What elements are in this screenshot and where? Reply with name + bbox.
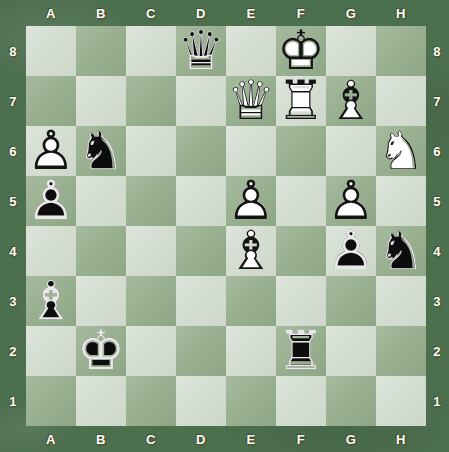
black-knight-outline: ♘ [76, 126, 126, 176]
piece-white-pawn[interactable]: ♟♙ [26, 126, 76, 176]
white-pawn-outline: ♙ [226, 176, 276, 226]
square-f8[interactable]: ♚♔ [276, 26, 326, 76]
rank-label-left-1: 1 [9, 394, 17, 409]
square-h8[interactable] [376, 26, 426, 76]
square-f5[interactable] [276, 176, 326, 226]
white-pawn-outline: ♙ [326, 176, 376, 226]
file-label-bottom-f: F [297, 432, 305, 447]
file-label-top-c: C [146, 6, 156, 21]
piece-black-pawn[interactable]: ♟♙ [326, 226, 376, 276]
square-d6[interactable] [176, 126, 226, 176]
white-king-outline: ♔ [276, 26, 326, 76]
rank-label-right-5: 5 [433, 194, 441, 209]
white-knight-glyph: ♞ [376, 126, 426, 176]
rank-label-left-8: 8 [9, 44, 17, 59]
square-d4[interactable] [176, 226, 226, 276]
black-pawn-outline: ♙ [26, 176, 76, 226]
file-label-bottom-b: B [96, 432, 106, 447]
square-b6[interactable]: ♞♘ [76, 126, 126, 176]
square-e4[interactable]: ♝♗ [226, 226, 276, 276]
rank-label-right-2: 2 [433, 344, 441, 359]
square-g3[interactable] [326, 276, 376, 326]
black-bishop-outline: ♗ [26, 276, 76, 326]
piece-black-bishop[interactable]: ♝♗ [26, 276, 76, 326]
white-queen-glyph: ♛ [226, 76, 276, 126]
black-queen-outline: ♕ [176, 26, 226, 76]
black-pawn-glyph: ♟ [326, 226, 376, 276]
rank-label-left-6: 6 [9, 144, 17, 159]
white-rook-outline: ♖ [276, 76, 326, 126]
square-h7[interactable] [376, 76, 426, 126]
white-bishop-glyph: ♝ [326, 76, 376, 126]
piece-white-bishop[interactable]: ♝♗ [326, 76, 376, 126]
white-rook-glyph: ♜ [276, 76, 326, 126]
file-label-top-d: D [196, 6, 206, 21]
piece-white-king[interactable]: ♚♔ [276, 26, 326, 76]
square-h6[interactable]: ♞♘ [376, 126, 426, 176]
square-g8[interactable] [326, 26, 376, 76]
square-c5[interactable] [126, 176, 176, 226]
square-d1[interactable] [176, 376, 226, 426]
piece-white-queen[interactable]: ♛♕ [226, 76, 276, 126]
file-label-bottom-e: E [246, 432, 255, 447]
rank-label-left-4: 4 [9, 244, 17, 259]
piece-black-rook[interactable]: ♜♖ [276, 326, 326, 376]
square-h4[interactable]: ♞♘ [376, 226, 426, 276]
black-rook-glyph: ♜ [276, 326, 326, 376]
piece-black-knight[interactable]: ♞♘ [76, 126, 126, 176]
square-b3[interactable] [76, 276, 126, 326]
white-pawn-glyph: ♟ [26, 126, 76, 176]
black-bishop-glyph: ♝ [26, 276, 76, 326]
rank-label-left-5: 5 [9, 194, 17, 209]
square-a2[interactable] [26, 326, 76, 376]
rank-label-left-2: 2 [9, 344, 17, 359]
file-label-top-g: G [346, 6, 357, 21]
file-label-top-e: E [246, 6, 255, 21]
rank-label-right-4: 4 [433, 244, 441, 259]
piece-white-rook[interactable]: ♜♖ [276, 76, 326, 126]
white-bishop-outline: ♗ [226, 226, 276, 276]
square-b1[interactable] [76, 376, 126, 426]
white-queen-outline: ♕ [226, 76, 276, 126]
piece-white-bishop[interactable]: ♝♗ [226, 226, 276, 276]
piece-white-pawn[interactable]: ♟♙ [226, 176, 276, 226]
rank-label-right-7: 7 [433, 94, 441, 109]
square-f4[interactable] [276, 226, 326, 276]
file-label-top-a: A [46, 6, 56, 21]
square-c1[interactable] [126, 376, 176, 426]
black-pawn-glyph: ♟ [26, 176, 76, 226]
square-d5[interactable] [176, 176, 226, 226]
white-bishop-outline: ♗ [326, 76, 376, 126]
file-label-bottom-a: A [46, 432, 56, 447]
square-a6[interactable]: ♟♙ [26, 126, 76, 176]
square-c2[interactable] [126, 326, 176, 376]
white-king-glyph: ♚ [276, 26, 326, 76]
white-bishop-glyph: ♝ [226, 226, 276, 276]
piece-white-pawn[interactable]: ♟♙ [326, 176, 376, 226]
square-d2[interactable] [176, 326, 226, 376]
black-pawn-outline: ♙ [326, 226, 376, 276]
square-c7[interactable] [126, 76, 176, 126]
square-e5[interactable]: ♟♙ [226, 176, 276, 226]
black-rook-outline: ♖ [276, 326, 326, 376]
file-label-top-h: H [396, 6, 406, 21]
square-f2[interactable]: ♜♖ [276, 326, 326, 376]
rank-label-right-1: 1 [433, 394, 441, 409]
file-label-bottom-c: C [146, 432, 156, 447]
square-g2[interactable] [326, 326, 376, 376]
black-knight-glyph: ♞ [76, 126, 126, 176]
square-h1[interactable] [376, 376, 426, 426]
square-b7[interactable] [76, 76, 126, 126]
rank-label-left-3: 3 [9, 294, 17, 309]
rank-label-right-3: 3 [433, 294, 441, 309]
square-a3[interactable]: ♝♗ [26, 276, 76, 326]
square-c3[interactable] [126, 276, 176, 326]
black-knight-glyph: ♞ [376, 226, 426, 276]
square-a8[interactable] [26, 26, 76, 76]
white-pawn-outline: ♙ [26, 126, 76, 176]
square-g7[interactable]: ♝♗ [326, 76, 376, 126]
square-f1[interactable] [276, 376, 326, 426]
chess-board: ♛♕♚♔♛♕♜♖♝♗♟♙♞♘♞♘♟♙♟♙♟♙♝♗♟♙♞♘♝♗♚♔♜♖ AABBC… [0, 0, 449, 452]
black-king-outline: ♔ [76, 326, 126, 376]
black-queen-glyph: ♛ [176, 26, 226, 76]
square-e3[interactable] [226, 276, 276, 326]
square-h3[interactable] [376, 276, 426, 326]
file-label-top-f: F [297, 6, 305, 21]
square-c6[interactable] [126, 126, 176, 176]
square-b2[interactable]: ♚♔ [76, 326, 126, 376]
board-squares: ♛♕♚♔♛♕♜♖♝♗♟♙♞♘♞♘♟♙♟♙♟♙♝♗♟♙♞♘♝♗♚♔♜♖ [26, 26, 426, 426]
square-e1[interactable] [226, 376, 276, 426]
square-a5[interactable]: ♟♙ [26, 176, 76, 226]
square-h2[interactable] [376, 326, 426, 376]
rank-label-right-6: 6 [433, 144, 441, 159]
square-g5[interactable]: ♟♙ [326, 176, 376, 226]
square-d7[interactable] [176, 76, 226, 126]
square-a7[interactable] [26, 76, 76, 126]
square-b5[interactable] [76, 176, 126, 226]
file-label-bottom-g: G [346, 432, 357, 447]
square-g1[interactable] [326, 376, 376, 426]
square-f3[interactable] [276, 276, 326, 326]
square-c8[interactable] [126, 26, 176, 76]
square-e2[interactable] [226, 326, 276, 376]
piece-white-knight[interactable]: ♞♘ [376, 126, 426, 176]
square-f6[interactable] [276, 126, 326, 176]
black-knight-outline: ♘ [376, 226, 426, 276]
file-label-bottom-d: D [196, 432, 206, 447]
rank-label-right-8: 8 [433, 44, 441, 59]
white-pawn-glyph: ♟ [226, 176, 276, 226]
square-a4[interactable] [26, 226, 76, 276]
black-king-glyph: ♚ [76, 326, 126, 376]
square-a1[interactable] [26, 376, 76, 426]
square-b8[interactable] [76, 26, 126, 76]
square-d8[interactable]: ♛♕ [176, 26, 226, 76]
square-h5[interactable] [376, 176, 426, 226]
rank-label-left-7: 7 [9, 94, 17, 109]
piece-black-knight[interactable]: ♞♘ [376, 226, 426, 276]
file-label-bottom-h: H [396, 432, 406, 447]
square-d3[interactable] [176, 276, 226, 326]
square-g6[interactable] [326, 126, 376, 176]
square-e7[interactable]: ♛♕ [226, 76, 276, 126]
piece-black-king[interactable]: ♚♔ [76, 326, 126, 376]
piece-black-pawn[interactable]: ♟♙ [26, 176, 76, 226]
square-e6[interactable] [226, 126, 276, 176]
piece-black-queen[interactable]: ♛♕ [176, 26, 226, 76]
file-label-top-b: B [96, 6, 106, 21]
square-b4[interactable] [76, 226, 126, 276]
white-knight-outline: ♘ [376, 126, 426, 176]
white-pawn-glyph: ♟ [326, 176, 376, 226]
square-e8[interactable] [226, 26, 276, 76]
square-g4[interactable]: ♟♙ [326, 226, 376, 276]
square-f7[interactable]: ♜♖ [276, 76, 326, 126]
square-c4[interactable] [126, 226, 176, 276]
